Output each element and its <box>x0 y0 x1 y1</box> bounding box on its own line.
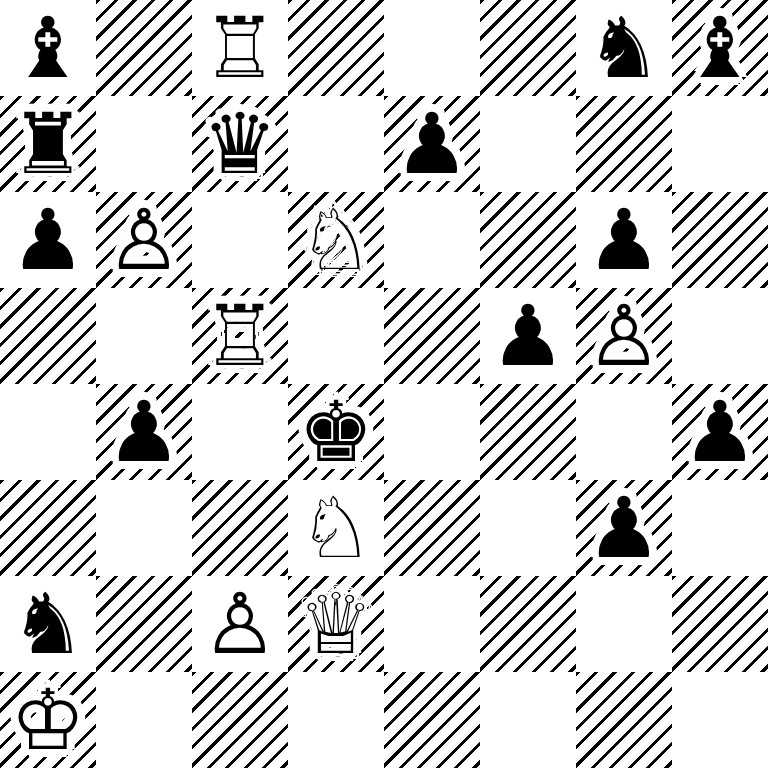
square-f1[interactable] <box>480 672 576 768</box>
square-a3[interactable] <box>0 480 96 576</box>
square-c6[interactable] <box>192 192 288 288</box>
white-pawn: ♙ <box>586 288 661 384</box>
square-h8[interactable]: ♝ <box>672 0 768 96</box>
square-a5[interactable] <box>0 288 96 384</box>
square-g1[interactable] <box>576 672 672 768</box>
black-knight: ♞ <box>586 0 661 96</box>
black-king: ♚ <box>298 384 373 480</box>
white-knight: ♘ <box>298 480 373 576</box>
black-pawn: ♟ <box>586 192 661 288</box>
square-d8[interactable] <box>288 0 384 96</box>
square-c8[interactable]: ♖ <box>192 0 288 96</box>
square-h6[interactable] <box>672 192 768 288</box>
square-e3[interactable] <box>384 480 480 576</box>
black-pawn: ♟ <box>394 96 469 192</box>
square-f8[interactable] <box>480 0 576 96</box>
square-g3[interactable]: ♟ <box>576 480 672 576</box>
square-e5[interactable] <box>384 288 480 384</box>
square-e7[interactable]: ♟ <box>384 96 480 192</box>
white-rook: ♖ <box>202 0 277 96</box>
square-d2[interactable]: ♕ <box>288 576 384 672</box>
square-h1[interactable] <box>672 672 768 768</box>
square-c5[interactable]: ♖ <box>192 288 288 384</box>
square-b3[interactable] <box>96 480 192 576</box>
square-f2[interactable] <box>480 576 576 672</box>
white-knight: ♘ <box>298 192 373 288</box>
square-f5[interactable]: ♟ <box>480 288 576 384</box>
square-d7[interactable] <box>288 96 384 192</box>
black-knight: ♞ <box>10 576 85 672</box>
square-e8[interactable] <box>384 0 480 96</box>
black-rook: ♜ <box>10 96 85 192</box>
square-d3[interactable]: ♘ <box>288 480 384 576</box>
square-a1[interactable]: ♔ <box>0 672 96 768</box>
square-d5[interactable] <box>288 288 384 384</box>
square-h7[interactable] <box>672 96 768 192</box>
square-g8[interactable]: ♞ <box>576 0 672 96</box>
black-pawn: ♟ <box>682 384 757 480</box>
black-pawn: ♟ <box>490 288 565 384</box>
black-bishop: ♝ <box>682 0 757 96</box>
square-b6[interactable]: ♙ <box>96 192 192 288</box>
square-g5[interactable]: ♙ <box>576 288 672 384</box>
square-h2[interactable] <box>672 576 768 672</box>
square-f7[interactable] <box>480 96 576 192</box>
square-c1[interactable] <box>192 672 288 768</box>
square-e1[interactable] <box>384 672 480 768</box>
square-a2[interactable]: ♞ <box>0 576 96 672</box>
square-e4[interactable] <box>384 384 480 480</box>
black-bishop: ♝ <box>10 0 85 96</box>
square-c4[interactable] <box>192 384 288 480</box>
square-f6[interactable] <box>480 192 576 288</box>
square-d6[interactable]: ♘ <box>288 192 384 288</box>
square-a7[interactable]: ♜ <box>0 96 96 192</box>
black-queen: ♛ <box>202 96 277 192</box>
square-c7[interactable]: ♛ <box>192 96 288 192</box>
square-e6[interactable] <box>384 192 480 288</box>
white-queen: ♕ <box>298 576 373 672</box>
chess-board: ♝♖♞♝♜♛♟♟♙♘♟♖♟♙♟♚♟♘♟♞♙♕♔ <box>0 0 768 768</box>
square-b1[interactable] <box>96 672 192 768</box>
square-a4[interactable] <box>0 384 96 480</box>
square-c2[interactable]: ♙ <box>192 576 288 672</box>
square-g4[interactable] <box>576 384 672 480</box>
square-b2[interactable] <box>96 576 192 672</box>
square-g7[interactable] <box>576 96 672 192</box>
square-b4[interactable]: ♟ <box>96 384 192 480</box>
square-b7[interactable] <box>96 96 192 192</box>
square-a6[interactable]: ♟ <box>0 192 96 288</box>
square-f3[interactable] <box>480 480 576 576</box>
white-rook: ♖ <box>202 288 277 384</box>
black-pawn: ♟ <box>106 384 181 480</box>
square-g6[interactable]: ♟ <box>576 192 672 288</box>
black-pawn: ♟ <box>10 192 85 288</box>
square-g2[interactable] <box>576 576 672 672</box>
square-h5[interactable] <box>672 288 768 384</box>
square-f4[interactable] <box>480 384 576 480</box>
square-a8[interactable]: ♝ <box>0 0 96 96</box>
square-d4[interactable]: ♚ <box>288 384 384 480</box>
square-d1[interactable] <box>288 672 384 768</box>
white-king: ♔ <box>10 672 85 768</box>
square-b5[interactable] <box>96 288 192 384</box>
square-h4[interactable]: ♟ <box>672 384 768 480</box>
square-e2[interactable] <box>384 576 480 672</box>
square-h3[interactable] <box>672 480 768 576</box>
square-b8[interactable] <box>96 0 192 96</box>
black-pawn: ♟ <box>586 480 661 576</box>
square-c3[interactable] <box>192 480 288 576</box>
white-pawn: ♙ <box>202 576 277 672</box>
white-pawn: ♙ <box>106 192 181 288</box>
